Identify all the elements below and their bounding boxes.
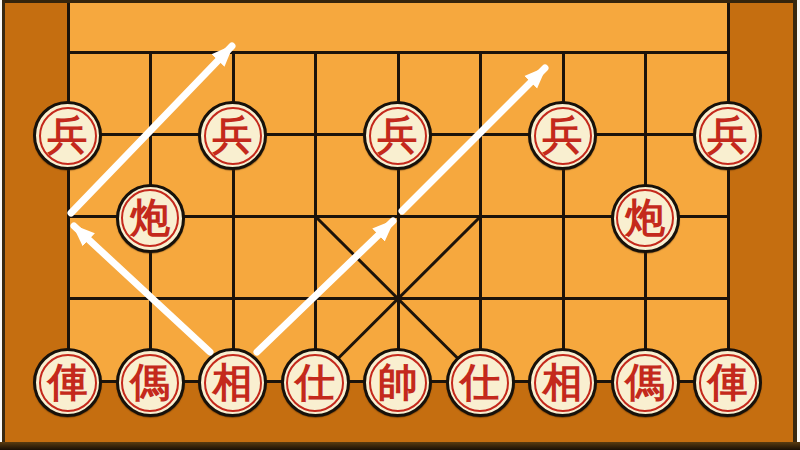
- piece-glyph: 兵: [213, 115, 253, 155]
- piece-red-cannon-h3[interactable]: 炮: [611, 184, 680, 253]
- piece-red-chariot-a1[interactable]: 俥: [33, 348, 102, 417]
- piece-glyph: 炮: [625, 197, 665, 237]
- piece-glyph: 相: [213, 362, 253, 402]
- piece-glyph: 兵: [48, 115, 88, 155]
- board-cell: [317, 218, 400, 300]
- piece-glyph: 兵: [708, 115, 748, 155]
- piece-red-horse-b1[interactable]: 傌: [116, 348, 185, 417]
- piece-red-elephant-c1[interactable]: 相: [198, 348, 267, 417]
- piece-red-soldier-a4[interactable]: 兵: [33, 101, 102, 170]
- piece-red-horse-h1[interactable]: 傌: [611, 348, 680, 417]
- piece-red-soldier-c4[interactable]: 兵: [198, 101, 267, 170]
- piece-red-elephant-g1[interactable]: 相: [528, 348, 597, 417]
- piece-glyph: 相: [543, 362, 583, 402]
- frame-left-line: [2, 0, 5, 450]
- piece-glyph: 俥: [48, 362, 88, 402]
- piece-red-soldier-e4[interactable]: 兵: [363, 101, 432, 170]
- board-cell: [235, 218, 318, 300]
- piece-glyph: 俥: [708, 362, 748, 402]
- piece-glyph: 傌: [625, 362, 665, 402]
- board-cell: [482, 218, 565, 300]
- piece-red-cannon-b3[interactable]: 炮: [116, 184, 185, 253]
- xiangqi-board: 俥傌相仕帥仕相傌俥炮炮兵兵兵兵兵: [0, 0, 800, 450]
- board-left-edge-line: [67, 0, 70, 53]
- piece-glyph: 傌: [130, 362, 170, 402]
- piece-red-soldier-g4[interactable]: 兵: [528, 101, 597, 170]
- piece-glyph: 仕: [460, 362, 500, 402]
- piece-red-general-e1[interactable]: 帥: [363, 348, 432, 417]
- piece-glyph: 帥: [378, 362, 418, 402]
- piece-red-chariot-i1[interactable]: 俥: [693, 348, 762, 417]
- piece-glyph: 兵: [543, 115, 583, 155]
- board-right-edge-line: [727, 0, 730, 53]
- board-cell: [400, 218, 483, 300]
- piece-red-soldier-i4[interactable]: 兵: [693, 101, 762, 170]
- image-top-edge: [2, 0, 798, 3]
- piece-red-advisor-d1[interactable]: 仕: [281, 348, 350, 417]
- image-bottom-edge: [0, 442, 800, 450]
- piece-glyph: 炮: [130, 197, 170, 237]
- piece-glyph: 仕: [295, 362, 335, 402]
- piece-red-advisor-f1[interactable]: 仕: [446, 348, 515, 417]
- piece-glyph: 兵: [378, 115, 418, 155]
